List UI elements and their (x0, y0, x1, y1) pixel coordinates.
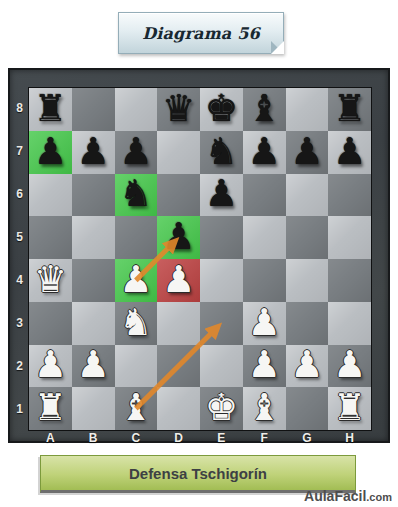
square-c4: ♟ (115, 259, 158, 302)
white-pawn-f2: ♟ (248, 346, 281, 383)
square-f4 (243, 259, 286, 302)
file-label-e: E (200, 431, 243, 445)
white-pawn-h2: ♟ (333, 346, 366, 383)
file-label-b: B (72, 431, 115, 445)
square-c7: ♟ (115, 131, 158, 174)
square-d7 (157, 131, 200, 174)
square-a2: ♟ (29, 345, 72, 388)
square-e4 (200, 259, 243, 302)
black-pawn-h7: ♟ (333, 133, 366, 170)
square-c2 (115, 345, 158, 388)
file-label-a: A (29, 431, 72, 445)
rank-label-1: 1 (10, 387, 29, 430)
black-pawn-a7: ♟ (34, 133, 67, 170)
square-g8 (286, 88, 329, 131)
square-f1: ♝ (243, 387, 286, 430)
white-rook-h1: ♜ (333, 389, 366, 426)
square-b6 (72, 174, 115, 217)
file-label-f: F (243, 431, 286, 445)
square-h8: ♜ (328, 88, 371, 131)
square-g6 (286, 174, 329, 217)
square-c6: ♞ (115, 174, 158, 217)
square-a3 (29, 302, 72, 345)
square-g7: ♟ (286, 131, 329, 174)
file-label-c: C (115, 431, 158, 445)
black-rook-h8: ♜ (333, 90, 366, 127)
white-pawn-d4: ♟ (162, 261, 195, 298)
square-g3 (286, 302, 329, 345)
white-pawn-g2: ♟ (290, 346, 323, 383)
white-king-e1: ♚ (205, 389, 238, 426)
square-h2: ♟ (328, 345, 371, 388)
square-h7: ♟ (328, 131, 371, 174)
square-b7: ♟ (72, 131, 115, 174)
square-b5 (72, 216, 115, 259)
square-f7: ♟ (243, 131, 286, 174)
square-g1 (286, 387, 329, 430)
square-h6 (328, 174, 371, 217)
square-g4 (286, 259, 329, 302)
white-pawn-c4: ♟ (119, 261, 152, 298)
rank-labels: 87654321 (10, 87, 29, 430)
square-f5 (243, 216, 286, 259)
square-e5 (200, 216, 243, 259)
square-d3 (157, 302, 200, 345)
file-label-d: D (157, 431, 200, 445)
square-h5 (328, 216, 371, 259)
square-h3 (328, 302, 371, 345)
black-pawn-e6: ♟ (205, 175, 238, 212)
watermark-link[interactable]: AulaFacil.com (304, 488, 392, 504)
rank-label-2: 2 (10, 344, 29, 387)
white-knight-c3: ♞ (119, 304, 152, 341)
file-label-g: G (286, 431, 329, 445)
square-a5 (29, 216, 72, 259)
square-a4: ♛ (29, 259, 72, 302)
black-pawn-g7: ♟ (290, 133, 323, 170)
square-e6: ♟ (200, 174, 243, 217)
square-c5 (115, 216, 158, 259)
black-knight-c6: ♞ (119, 175, 152, 212)
watermark-tld: .com (366, 491, 392, 503)
board-grid: ♜♛♚♝♜♟♟♟♞♟♟♟♞♟♟♛♟♟♞♟♟♟♟♟♟♜♝♚♝♜ (28, 87, 372, 431)
white-bishop-c1: ♝ (119, 389, 152, 426)
square-b2: ♟ (72, 345, 115, 388)
opening-caption: Defensa Tschigorín (129, 465, 267, 482)
square-d8: ♛ (157, 88, 200, 131)
square-b3 (72, 302, 115, 345)
black-bishop-f8: ♝ (248, 90, 281, 127)
white-queen-a4: ♛ (34, 261, 67, 298)
square-a1: ♜ (29, 387, 72, 430)
black-knight-e7: ♞ (205, 133, 238, 170)
square-e7: ♞ (200, 131, 243, 174)
black-pawn-d5: ♟ (162, 218, 195, 255)
black-queen-d8: ♛ (162, 90, 195, 127)
square-d4: ♟ (157, 259, 200, 302)
square-e3 (200, 302, 243, 345)
black-pawn-f7: ♟ (248, 133, 281, 170)
file-label-h: H (328, 431, 371, 445)
square-b4 (72, 259, 115, 302)
square-g2: ♟ (286, 345, 329, 388)
diagram-title: Diagrama 56 (142, 24, 260, 43)
diagram-title-plaque: Diagrama 56 (118, 12, 284, 54)
rank-label-5: 5 (10, 216, 29, 259)
square-e2 (200, 345, 243, 388)
white-rook-a1: ♜ (34, 389, 67, 426)
white-pawn-a2: ♟ (34, 346, 67, 383)
square-f8: ♝ (243, 88, 286, 131)
black-pawn-c7: ♟ (119, 133, 152, 170)
square-b8 (72, 88, 115, 131)
rank-label-8: 8 (10, 87, 29, 130)
white-pawn-b2: ♟ (77, 346, 110, 383)
square-f6 (243, 174, 286, 217)
square-h1: ♜ (328, 387, 371, 430)
square-c3: ♞ (115, 302, 158, 345)
square-a8: ♜ (29, 88, 72, 131)
square-f3: ♟ (243, 302, 286, 345)
square-b1 (72, 387, 115, 430)
rank-label-3: 3 (10, 301, 29, 344)
square-d6 (157, 174, 200, 217)
watermark-name: AulaFacil (304, 488, 366, 504)
black-rook-a8: ♜ (34, 90, 67, 127)
square-d5: ♟ (157, 216, 200, 259)
square-g5 (286, 216, 329, 259)
square-e1: ♚ (200, 387, 243, 430)
chess-board: 87654321 ♜♛♚♝♜♟♟♟♞♟♟♟♞♟♟♛♟♟♞♟♟♟♟♟♟♜♝♚♝♜ … (8, 68, 390, 443)
square-a7: ♟ (29, 131, 72, 174)
black-king-e8: ♚ (205, 90, 238, 127)
white-bishop-f1: ♝ (248, 389, 281, 426)
black-pawn-b7: ♟ (77, 133, 110, 170)
rank-label-4: 4 (10, 259, 29, 302)
file-labels: ABCDEFGH (29, 431, 371, 445)
square-c1: ♝ (115, 387, 158, 430)
white-pawn-f3: ♟ (248, 304, 281, 341)
square-e8: ♚ (200, 88, 243, 131)
square-a6 (29, 174, 72, 217)
square-d1 (157, 387, 200, 430)
rank-label-7: 7 (10, 130, 29, 173)
square-c8 (115, 88, 158, 131)
square-d2 (157, 345, 200, 388)
square-h4 (328, 259, 371, 302)
rank-label-6: 6 (10, 173, 29, 216)
square-f2: ♟ (243, 345, 286, 388)
